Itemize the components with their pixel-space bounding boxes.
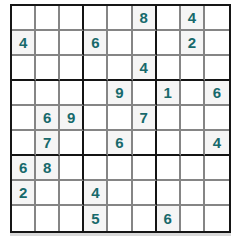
cell-r3c2[interactable] bbox=[36, 56, 60, 81]
cell-r4c9[interactable]: 6 bbox=[205, 81, 229, 106]
cell-r7c8[interactable] bbox=[181, 156, 205, 181]
cell-r2c2[interactable] bbox=[36, 31, 60, 56]
cell-r5c8[interactable] bbox=[181, 106, 205, 131]
cell-r6c4[interactable] bbox=[84, 131, 108, 156]
cell-r2c5[interactable] bbox=[108, 31, 132, 56]
cell-r8c9[interactable] bbox=[205, 181, 229, 206]
cell-r4c6[interactable] bbox=[133, 81, 157, 106]
sudoku-board: 844624916697764682456 bbox=[10, 4, 231, 233]
cell-r8c7[interactable] bbox=[157, 181, 181, 206]
cell-r3c7[interactable] bbox=[157, 56, 181, 81]
cell-r8c4[interactable]: 4 bbox=[84, 181, 108, 206]
cell-r2c4[interactable]: 6 bbox=[84, 31, 108, 56]
cell-r7c9[interactable] bbox=[205, 156, 229, 181]
cell-r2c8[interactable]: 2 bbox=[181, 31, 205, 56]
cell-r1c5[interactable] bbox=[108, 6, 132, 31]
cell-r6c3[interactable] bbox=[60, 131, 84, 156]
cell-r5c3[interactable]: 9 bbox=[60, 106, 84, 131]
cell-r5c9[interactable] bbox=[205, 106, 229, 131]
cell-r4c7[interactable]: 1 bbox=[157, 81, 181, 106]
cell-r1c9[interactable] bbox=[205, 6, 229, 31]
cell-r7c3[interactable] bbox=[60, 156, 84, 181]
cell-r7c4[interactable] bbox=[84, 156, 108, 181]
cell-r1c2[interactable] bbox=[36, 6, 60, 31]
cell-r8c1[interactable]: 2 bbox=[12, 181, 36, 206]
cell-r2c7[interactable] bbox=[157, 31, 181, 56]
cell-r6c8[interactable] bbox=[181, 131, 205, 156]
cell-r7c5[interactable] bbox=[108, 156, 132, 181]
cell-r3c9[interactable] bbox=[205, 56, 229, 81]
cell-r9c7[interactable]: 6 bbox=[157, 206, 181, 231]
cell-r5c1[interactable] bbox=[12, 106, 36, 131]
cell-r7c1[interactable]: 6 bbox=[12, 156, 36, 181]
cell-r3c1[interactable] bbox=[12, 56, 36, 81]
cell-r1c3[interactable] bbox=[60, 6, 84, 31]
cell-r2c6[interactable] bbox=[133, 31, 157, 56]
cell-r3c4[interactable] bbox=[84, 56, 108, 81]
cell-r6c9[interactable]: 4 bbox=[205, 131, 229, 156]
cell-r2c1[interactable]: 4 bbox=[12, 31, 36, 56]
cell-r9c9[interactable] bbox=[205, 206, 229, 231]
cell-r7c6[interactable] bbox=[133, 156, 157, 181]
cell-r3c6[interactable]: 4 bbox=[133, 56, 157, 81]
cell-r5c2[interactable]: 6 bbox=[36, 106, 60, 131]
cell-r7c2[interactable]: 8 bbox=[36, 156, 60, 181]
cell-r3c5[interactable] bbox=[108, 56, 132, 81]
cell-r1c4[interactable] bbox=[84, 6, 108, 31]
cell-r4c1[interactable] bbox=[12, 81, 36, 106]
cell-r6c6[interactable] bbox=[133, 131, 157, 156]
cell-r4c5[interactable]: 9 bbox=[108, 81, 132, 106]
cell-r4c2[interactable] bbox=[36, 81, 60, 106]
cell-r6c5[interactable]: 6 bbox=[108, 131, 132, 156]
cell-r1c8[interactable]: 4 bbox=[181, 6, 205, 31]
cell-r9c8[interactable] bbox=[181, 206, 205, 231]
cell-r8c3[interactable] bbox=[60, 181, 84, 206]
cell-r3c8[interactable] bbox=[181, 56, 205, 81]
cell-r6c7[interactable] bbox=[157, 131, 181, 156]
cell-r5c5[interactable] bbox=[108, 106, 132, 131]
cell-r7c7[interactable] bbox=[157, 156, 181, 181]
cell-r5c4[interactable] bbox=[84, 106, 108, 131]
cell-r9c3[interactable] bbox=[60, 206, 84, 231]
cell-r9c1[interactable] bbox=[12, 206, 36, 231]
cell-r1c1[interactable] bbox=[12, 6, 36, 31]
cell-r9c4[interactable]: 5 bbox=[84, 206, 108, 231]
cell-r6c2[interactable]: 7 bbox=[36, 131, 60, 156]
cell-r6c1[interactable] bbox=[12, 131, 36, 156]
cell-r1c6[interactable]: 8 bbox=[133, 6, 157, 31]
cell-r2c3[interactable] bbox=[60, 31, 84, 56]
cell-r8c5[interactable] bbox=[108, 181, 132, 206]
cell-r4c3[interactable] bbox=[60, 81, 84, 106]
cell-r9c5[interactable] bbox=[108, 206, 132, 231]
cell-r8c2[interactable] bbox=[36, 181, 60, 206]
cell-r2c9[interactable] bbox=[205, 31, 229, 56]
cell-r8c6[interactable] bbox=[133, 181, 157, 206]
cell-r4c4[interactable] bbox=[84, 81, 108, 106]
cell-r3c3[interactable] bbox=[60, 56, 84, 81]
cell-r1c7[interactable] bbox=[157, 6, 181, 31]
cell-r5c6[interactable]: 7 bbox=[133, 106, 157, 131]
cell-r9c6[interactable] bbox=[133, 206, 157, 231]
cell-r9c2[interactable] bbox=[36, 206, 60, 231]
cell-r5c7[interactable] bbox=[157, 106, 181, 131]
cell-r4c8[interactable] bbox=[181, 81, 205, 106]
cell-r8c8[interactable] bbox=[181, 181, 205, 206]
